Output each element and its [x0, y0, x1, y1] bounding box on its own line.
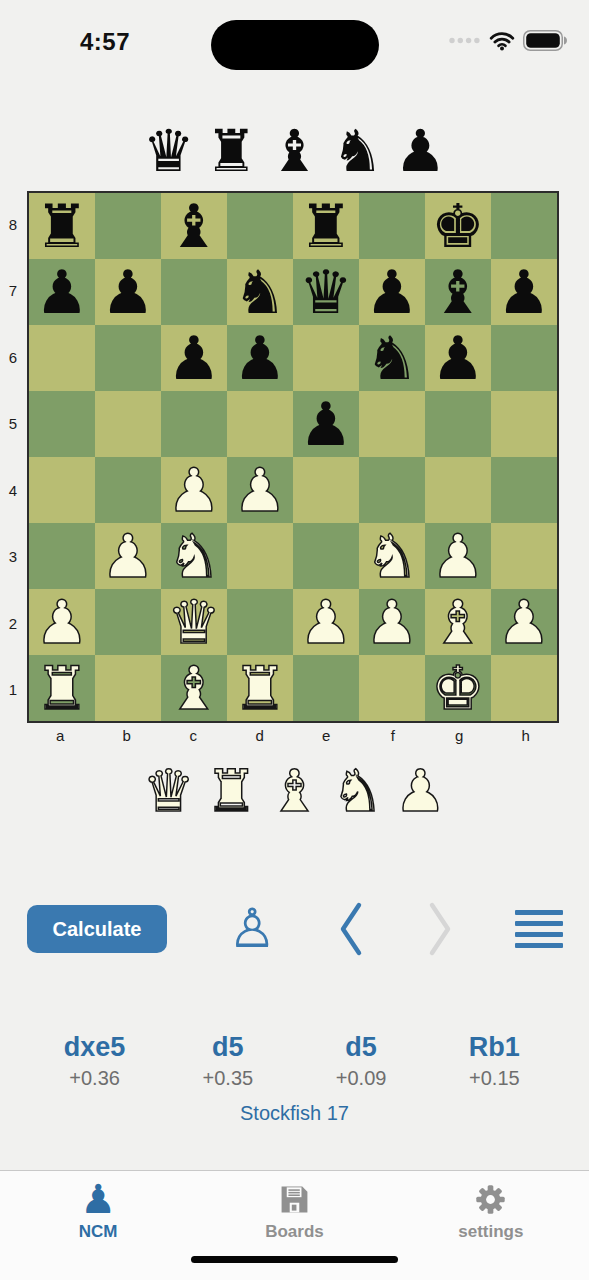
square-d7[interactable]: ♞	[227, 259, 293, 325]
rank-label-1: 1	[0, 657, 26, 724]
rank-label-7: 7	[0, 258, 26, 325]
white-rook[interactable]: ♜	[35, 655, 89, 721]
square-b3[interactable]: ♟	[95, 523, 161, 589]
tab-settings[interactable]: settings	[393, 1171, 589, 1280]
controls-bar: Calculate ♙	[0, 898, 589, 960]
home-indicator[interactable]	[191, 1256, 398, 1263]
file-labels: abcdefgh	[27, 727, 559, 749]
battery-icon	[523, 30, 567, 51]
chevron-left-icon	[337, 901, 365, 957]
white-rook[interactable]: ♜	[233, 655, 287, 721]
white-queen[interactable]: ♛	[143, 760, 195, 822]
file-label-d: d	[227, 727, 294, 749]
square-f1[interactable]	[359, 655, 425, 721]
rank-label-5: 5	[0, 391, 26, 458]
square-f2[interactable]: ♟	[359, 589, 425, 655]
white-pawn[interactable]: ♟	[395, 760, 447, 822]
white-king[interactable]: ♚	[431, 655, 485, 721]
calculate-button[interactable]: Calculate	[27, 905, 167, 953]
square-a8[interactable]: ♜	[29, 193, 95, 259]
square-h1[interactable]	[491, 655, 557, 721]
black-pawn[interactable]: ♟	[35, 259, 89, 325]
status-time: 4:57	[70, 28, 140, 56]
file-label-c: c	[160, 727, 227, 749]
previous-move-button[interactable]	[337, 901, 365, 957]
gear-icon	[475, 1184, 506, 1215]
square-f7[interactable]: ♟	[359, 259, 425, 325]
black-bishop[interactable]: ♝	[269, 120, 321, 182]
move-eval: +0.09	[295, 1067, 428, 1090]
engine-move[interactable]: Rb1+0.15	[428, 1032, 561, 1090]
black-rook[interactable]: ♜	[35, 193, 89, 259]
white-pawn[interactable]: ♟	[101, 523, 155, 589]
black-king[interactable]: ♚	[431, 193, 485, 259]
file-label-h: h	[493, 727, 560, 749]
rank-label-3: 3	[0, 524, 26, 591]
move-eval: +0.35	[161, 1067, 294, 1090]
white-knight[interactable]: ♞	[167, 523, 221, 589]
square-h6[interactable]	[491, 325, 557, 391]
tab-label: NCM	[79, 1222, 118, 1242]
square-d5[interactable]	[227, 391, 293, 457]
square-f3[interactable]: ♞	[359, 523, 425, 589]
piece-tray-black: ♛♜♝♞♟	[0, 116, 589, 182]
file-label-b: b	[94, 727, 161, 749]
pawn-icon: ♟	[80, 1179, 116, 1219]
square-f5[interactable]	[359, 391, 425, 457]
square-e1[interactable]	[293, 655, 359, 721]
black-queen[interactable]: ♛	[143, 120, 195, 182]
move-san: dxe5	[28, 1032, 161, 1063]
tab-label: settings	[458, 1222, 523, 1242]
square-a7[interactable]: ♟	[29, 259, 95, 325]
engine-move[interactable]: d5+0.09	[295, 1032, 428, 1090]
white-queen[interactable]: ♛	[167, 589, 221, 655]
side-to-move-pawn-icon[interactable]: ♙	[228, 900, 276, 958]
dynamic-island	[211, 20, 379, 70]
black-pawn[interactable]: ♟	[233, 325, 287, 391]
square-b2[interactable]	[95, 589, 161, 655]
menu-line	[515, 910, 563, 915]
square-c2[interactable]: ♛	[161, 589, 227, 655]
square-h8[interactable]	[491, 193, 557, 259]
square-c5[interactable]	[161, 391, 227, 457]
white-pawn[interactable]: ♟	[431, 523, 485, 589]
white-pawn[interactable]: ♟	[299, 589, 353, 655]
square-g5[interactable]	[425, 391, 491, 457]
white-pawn[interactable]: ♟	[167, 457, 221, 523]
white-bishop[interactable]: ♝	[167, 655, 221, 721]
black-knight[interactable]: ♞	[233, 259, 287, 325]
black-rook[interactable]: ♜	[206, 120, 258, 182]
white-bishop[interactable]: ♝	[269, 760, 321, 822]
square-d2[interactable]	[227, 589, 293, 655]
square-b5[interactable]	[95, 391, 161, 457]
square-d1[interactable]: ♜	[227, 655, 293, 721]
white-rook[interactable]: ♜	[206, 760, 258, 822]
square-h3[interactable]	[491, 523, 557, 589]
move-san: Rb1	[428, 1032, 561, 1063]
move-san: d5	[295, 1032, 428, 1063]
square-d8[interactable]	[227, 193, 293, 259]
menu-button[interactable]	[515, 910, 563, 948]
square-e7[interactable]: ♛	[293, 259, 359, 325]
white-pawn[interactable]: ♟	[365, 589, 419, 655]
file-label-g: g	[426, 727, 493, 749]
square-b1[interactable]	[95, 655, 161, 721]
square-e4[interactable]	[293, 457, 359, 523]
black-pawn[interactable]: ♟	[299, 391, 353, 457]
square-g4[interactable]	[425, 457, 491, 523]
black-pawn[interactable]: ♟	[395, 120, 447, 182]
rank-label-6: 6	[0, 324, 26, 391]
menu-line	[515, 921, 563, 926]
black-rook[interactable]: ♜	[299, 193, 353, 259]
white-pawn[interactable]: ♟	[35, 589, 89, 655]
tab-label: Boards	[265, 1222, 324, 1242]
square-g2[interactable]: ♝	[425, 589, 491, 655]
square-g7[interactable]: ♝	[425, 259, 491, 325]
square-b6[interactable]	[95, 325, 161, 391]
chevron-right-icon	[426, 901, 454, 957]
status-icons	[448, 30, 567, 51]
square-f8[interactable]	[359, 193, 425, 259]
white-bishop[interactable]: ♝	[431, 589, 485, 655]
white-pawn[interactable]: ♟	[497, 589, 551, 655]
tab-bar: ♟NCMBoardssettings	[0, 1170, 589, 1280]
square-a6[interactable]	[29, 325, 95, 391]
white-knight[interactable]: ♞	[365, 523, 419, 589]
square-e3[interactable]	[293, 523, 359, 589]
file-label-a: a	[27, 727, 94, 749]
square-b4[interactable]	[95, 457, 161, 523]
tab-boards[interactable]: Boards	[196, 1171, 392, 1280]
wifi-icon	[489, 31, 515, 51]
square-a2[interactable]: ♟	[29, 589, 95, 655]
square-h7[interactable]: ♟	[491, 259, 557, 325]
square-c8[interactable]: ♝	[161, 193, 227, 259]
black-queen[interactable]: ♛	[299, 259, 353, 325]
menu-line	[515, 943, 563, 948]
square-e2[interactable]: ♟	[293, 589, 359, 655]
square-d6[interactable]: ♟	[227, 325, 293, 391]
square-c6[interactable]: ♟	[161, 325, 227, 391]
move-eval: +0.36	[28, 1067, 161, 1090]
square-c3[interactable]: ♞	[161, 523, 227, 589]
square-e6[interactable]	[293, 325, 359, 391]
black-pawn[interactable]: ♟	[365, 259, 419, 325]
file-label-e: e	[293, 727, 360, 749]
square-g6[interactable]: ♟	[425, 325, 491, 391]
black-bishop[interactable]: ♝	[431, 259, 485, 325]
engine-move[interactable]: dxe5+0.36	[28, 1032, 161, 1090]
engine-move[interactable]: d5+0.35	[161, 1032, 294, 1090]
rank-labels: 87654321	[0, 191, 26, 723]
engine-moves: dxe5+0.36d5+0.35d5+0.09Rb1+0.15	[0, 1032, 589, 1090]
file-label-f: f	[360, 727, 427, 749]
cellular-signal-icon	[448, 36, 481, 45]
square-a4[interactable]	[29, 457, 95, 523]
black-knight[interactable]: ♞	[365, 325, 419, 391]
piece-tray-white: ♛♜♝♞♟	[0, 756, 589, 822]
square-h4[interactable]	[491, 457, 557, 523]
square-e8[interactable]: ♜	[293, 193, 359, 259]
square-f6[interactable]: ♞	[359, 325, 425, 391]
black-knight[interactable]: ♞	[332, 120, 384, 182]
square-g3[interactable]: ♟	[425, 523, 491, 589]
square-h2[interactable]: ♟	[491, 589, 557, 655]
square-h5[interactable]	[491, 391, 557, 457]
status-bar: 4:57	[0, 0, 589, 80]
square-e5[interactable]: ♟	[293, 391, 359, 457]
black-pawn[interactable]: ♟	[167, 325, 221, 391]
chess-board: ♜♝♜♚♟♟♞♛♟♝♟♟♟♞♟♟♟♟♟♞♞♟♟♛♟♟♝♟♜♝♜♚	[27, 191, 559, 723]
square-b7[interactable]: ♟	[95, 259, 161, 325]
white-knight[interactable]: ♞	[332, 760, 384, 822]
rank-label-4: 4	[0, 457, 26, 524]
floppy-icon	[279, 1184, 310, 1215]
square-g8[interactable]: ♚	[425, 193, 491, 259]
square-d4[interactable]: ♟	[227, 457, 293, 523]
next-move-button[interactable]	[426, 901, 454, 957]
black-bishop[interactable]: ♝	[167, 193, 221, 259]
square-a3[interactable]	[29, 523, 95, 589]
rank-label-2: 2	[0, 590, 26, 657]
square-c1[interactable]: ♝	[161, 655, 227, 721]
engine-name[interactable]: Stockfish 17	[0, 1102, 589, 1125]
square-a1[interactable]: ♜	[29, 655, 95, 721]
square-g1[interactable]: ♚	[425, 655, 491, 721]
black-pawn[interactable]: ♟	[431, 325, 485, 391]
square-c7[interactable]	[161, 259, 227, 325]
tab-ncm[interactable]: ♟NCM	[0, 1171, 196, 1280]
move-eval: +0.15	[428, 1067, 561, 1090]
rank-label-8: 8	[0, 191, 26, 258]
black-pawn[interactable]: ♟	[101, 259, 155, 325]
square-d3[interactable]	[227, 523, 293, 589]
move-san: d5	[161, 1032, 294, 1063]
black-pawn[interactable]: ♟	[497, 259, 551, 325]
square-a5[interactable]	[29, 391, 95, 457]
square-f4[interactable]	[359, 457, 425, 523]
white-pawn[interactable]: ♟	[233, 457, 287, 523]
square-b8[interactable]	[95, 193, 161, 259]
menu-line	[515, 932, 563, 937]
square-c4[interactable]: ♟	[161, 457, 227, 523]
